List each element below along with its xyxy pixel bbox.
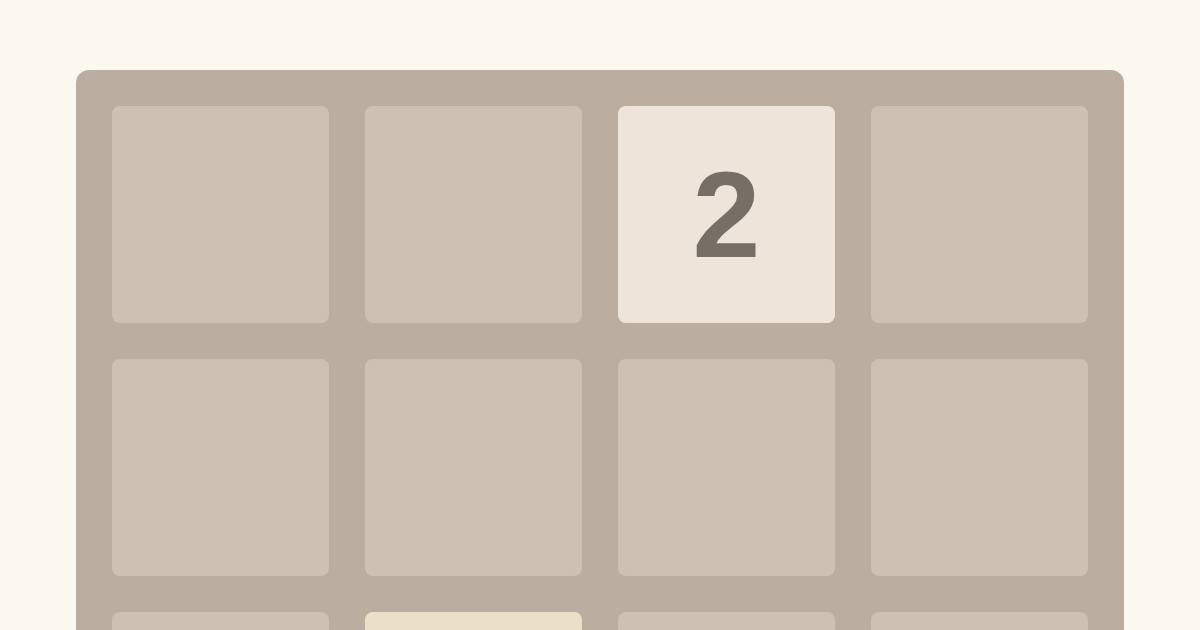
board-2048[interactable]: 24: [76, 70, 1124, 630]
grid-cell: [871, 106, 1088, 323]
grid-cell: [112, 106, 329, 323]
grid-cell: [112, 359, 329, 576]
grid-cell: [871, 612, 1088, 630]
tile-2: 2: [618, 106, 835, 323]
grid-cell: [618, 359, 835, 576]
grid-cell: 2: [618, 106, 835, 323]
grid-cell: [112, 612, 329, 630]
tile-4: 4: [365, 612, 582, 630]
grid-cell: [871, 359, 1088, 576]
grid-cell: [618, 612, 835, 630]
grid-cell: [365, 106, 582, 323]
grid-cell: [365, 359, 582, 576]
grid-cell: 4: [365, 612, 582, 630]
